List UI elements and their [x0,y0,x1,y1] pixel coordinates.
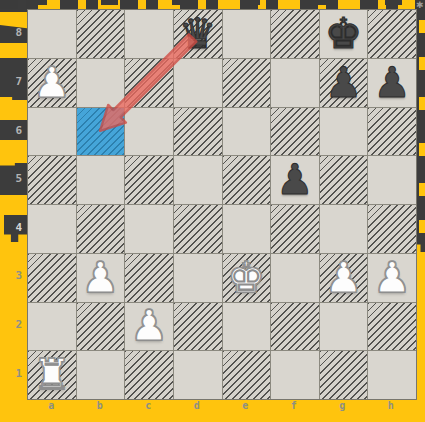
square-f3[interactable] [271,254,319,302]
square-b2[interactable] [77,303,125,351]
square-e8[interactable] [223,10,271,58]
square-c4[interactable] [125,205,173,253]
file-label-c: c [137,400,159,411]
rank-label-6: 6 [0,124,24,138]
square-c2[interactable]: ♟ [125,303,173,351]
square-e7[interactable] [223,59,271,107]
square-e5[interactable] [223,156,271,204]
square-h7[interactable]: ♟ [368,59,416,107]
square-f8[interactable] [271,10,319,58]
square-e1[interactable] [223,351,271,399]
piece-white-pawn[interactable]: ♟ [130,305,168,347]
square-d2[interactable] [174,303,222,351]
file-label-d: d [186,400,208,411]
piece-white-rook[interactable]: ♜ [33,354,71,396]
square-h6[interactable] [368,108,416,156]
square-c3[interactable] [125,254,173,302]
rank-label-7: 7 [0,75,24,89]
square-g2[interactable] [320,303,368,351]
square-b3[interactable]: ♟ [77,254,125,302]
piece-black-pawn[interactable]: ♟ [373,62,411,104]
file-label-a: a [40,400,62,411]
square-c1[interactable] [125,351,173,399]
square-a5[interactable] [28,156,76,204]
square-f6[interactable] [271,108,319,156]
rank-label-5: 5 [0,172,24,186]
file-label-h: h [380,400,402,411]
file-label-e: e [234,400,256,411]
square-d5[interactable] [174,156,222,204]
square-f4[interactable] [271,205,319,253]
square-b7[interactable] [77,59,125,107]
square-g5[interactable] [320,156,368,204]
torn-top-dashes-2 [0,0,425,5]
square-d8[interactable]: ♛ [174,10,222,58]
square-c6[interactable] [125,108,173,156]
square-d6[interactable] [174,108,222,156]
torn-right-notch [419,183,425,196]
piece-white-pawn[interactable]: ♟ [82,257,120,299]
square-h5[interactable] [368,156,416,204]
piece-black-pawn[interactable]: ♟ [325,62,363,104]
square-c7[interactable] [125,59,173,107]
chess-diagram: ✱ ♛♚♟♟♟♟♟♚♟♟♟♜ 87654321abcdefgh [0,0,425,422]
square-a2[interactable] [28,303,76,351]
torn-right-notch [419,20,425,33]
square-h1[interactable] [368,351,416,399]
torn-right-notch [419,57,425,70]
square-a7[interactable]: ♟ [28,59,76,107]
square-g8[interactable]: ♚ [320,10,368,58]
torn-right-notch [419,97,425,110]
square-h2[interactable] [368,303,416,351]
rank-label-4: 4 [0,221,24,235]
square-e3[interactable]: ♚ [223,254,271,302]
square-d7[interactable] [174,59,222,107]
square-a6[interactable] [28,108,76,156]
square-h8[interactable] [368,10,416,58]
file-label-b: b [89,400,111,411]
piece-black-pawn[interactable]: ♟ [276,159,314,201]
square-b8[interactable] [77,10,125,58]
square-f1[interactable] [271,351,319,399]
square-c5[interactable] [125,156,173,204]
rank-label-8: 8 [0,26,24,40]
square-b1[interactable] [77,351,125,399]
square-b4[interactable] [77,205,125,253]
square-f5[interactable]: ♟ [271,156,319,204]
square-g4[interactable] [320,205,368,253]
square-d1[interactable] [174,351,222,399]
rank-label-1: 1 [0,367,24,381]
square-g7[interactable]: ♟ [320,59,368,107]
piece-black-queen[interactable]: ♛ [179,13,217,55]
rank-label-2: 2 [0,318,24,332]
piece-white-pawn[interactable]: ♟ [325,257,363,299]
square-g1[interactable] [320,351,368,399]
square-e2[interactable] [223,303,271,351]
piece-white-king[interactable]: ♚ [227,257,265,299]
piece-white-pawn[interactable]: ♟ [373,257,411,299]
file-label-g: g [331,400,353,411]
square-h3[interactable]: ♟ [368,254,416,302]
chess-board: ♛♚♟♟♟♟♟♚♟♟♟♜ [27,9,417,400]
square-a1[interactable]: ♜ [28,351,76,399]
square-f7[interactable] [271,59,319,107]
square-e6[interactable] [223,108,271,156]
square-a3[interactable] [28,254,76,302]
square-a4[interactable] [28,205,76,253]
file-label-f: f [283,400,305,411]
splat-icon: ✱ [416,1,424,10]
piece-white-pawn[interactable]: ♟ [33,62,71,104]
square-b6[interactable] [77,108,125,156]
square-e4[interactable] [223,205,271,253]
square-h4[interactable] [368,205,416,253]
torn-top-strip [0,0,425,9]
square-b5[interactable] [77,156,125,204]
square-c8[interactable] [125,10,173,58]
square-g6[interactable] [320,108,368,156]
square-g3[interactable]: ♟ [320,254,368,302]
square-d3[interactable] [174,254,222,302]
rank-label-3: 3 [0,269,24,283]
piece-black-king[interactable]: ♚ [325,13,363,55]
square-f2[interactable] [271,303,319,351]
square-d4[interactable] [174,205,222,253]
square-a8[interactable] [28,10,76,58]
torn-right-notch [419,143,425,156]
torn-right-notch [419,220,425,233]
